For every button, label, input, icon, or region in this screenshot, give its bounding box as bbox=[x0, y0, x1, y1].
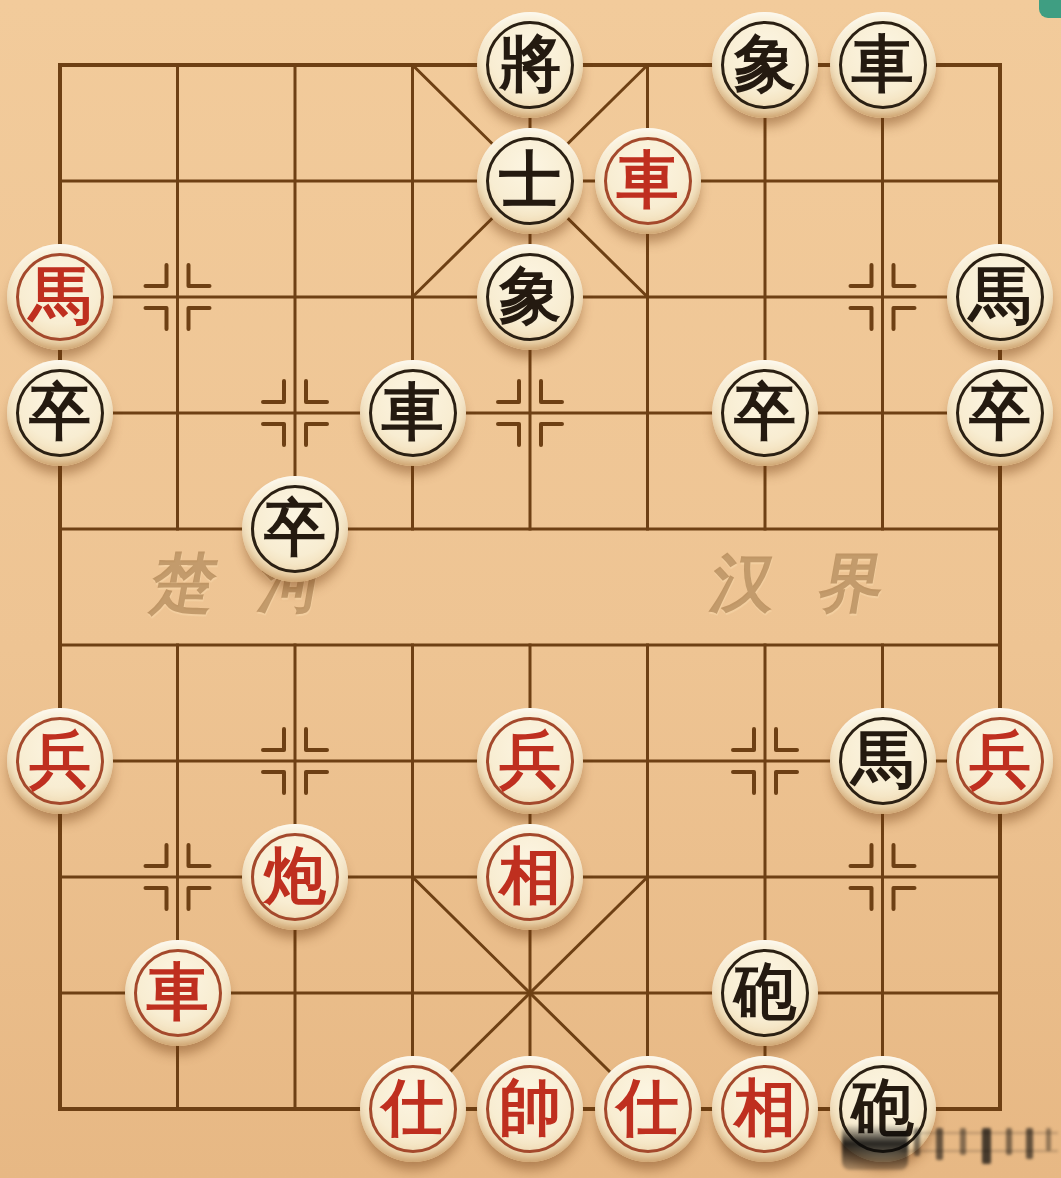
piece-glyph: 車 bbox=[382, 381, 444, 443]
piece-red-horse[interactable]: 馬 bbox=[7, 244, 113, 350]
piece-glyph: 相 bbox=[734, 1077, 796, 1139]
piece-black-advisor[interactable]: 士 bbox=[477, 128, 583, 234]
piece-red-chariot-1[interactable]: 車 bbox=[595, 128, 701, 234]
watermark-bar bbox=[936, 1128, 943, 1160]
piece-black-soldier-2[interactable]: 卒 bbox=[712, 360, 818, 466]
watermark-bar bbox=[1046, 1128, 1051, 1151]
piece-glyph: 車 bbox=[852, 33, 914, 95]
piece-black-general[interactable]: 將 bbox=[477, 12, 583, 118]
piece-glyph: 象 bbox=[734, 33, 796, 95]
piece-red-general[interactable]: 帥 bbox=[477, 1056, 583, 1162]
piece-glyph: 將 bbox=[499, 33, 561, 95]
piece-glyph: 兵 bbox=[499, 729, 561, 791]
watermark-smudge bbox=[830, 1110, 1061, 1178]
piece-glyph: 車 bbox=[147, 961, 209, 1023]
piece-glyph: 象 bbox=[499, 265, 561, 327]
pieces-layer: 將象車士車馬象馬卒車卒卒卒兵兵馬兵炮相車砲仕帥仕相砲 bbox=[0, 0, 1061, 1178]
piece-glyph: 炮 bbox=[264, 845, 326, 907]
watermark-streak bbox=[900, 1150, 1058, 1152]
piece-black-elephant-1[interactable]: 象 bbox=[712, 12, 818, 118]
piece-red-soldier-1[interactable]: 兵 bbox=[7, 708, 113, 814]
piece-glyph: 帥 bbox=[499, 1077, 561, 1139]
corner-decoration bbox=[1039, 0, 1061, 18]
piece-glyph: 卒 bbox=[264, 497, 326, 559]
piece-black-soldier-3[interactable]: 卒 bbox=[947, 360, 1053, 466]
piece-glyph: 卒 bbox=[29, 381, 91, 443]
watermark-bar bbox=[914, 1128, 920, 1156]
piece-glyph: 兵 bbox=[969, 729, 1031, 791]
piece-red-advisor-1[interactable]: 仕 bbox=[360, 1056, 466, 1162]
piece-glyph: 馬 bbox=[969, 265, 1031, 327]
piece-black-chariot-1[interactable]: 車 bbox=[830, 12, 936, 118]
piece-black-soldier-1[interactable]: 卒 bbox=[7, 360, 113, 466]
watermark-bar bbox=[1006, 1128, 1012, 1155]
piece-glyph: 仕 bbox=[382, 1077, 444, 1139]
piece-glyph: 兵 bbox=[29, 729, 91, 791]
xiangqi-board-screen: 楚河 汉界 將象車士車馬象馬卒車卒卒卒兵兵馬兵炮相車砲仕帥仕相砲 bbox=[0, 0, 1061, 1178]
piece-black-soldier-4[interactable]: 卒 bbox=[242, 476, 348, 582]
watermark-streak bbox=[900, 1132, 1058, 1134]
piece-red-soldier-3[interactable]: 兵 bbox=[947, 708, 1053, 814]
watermark-bar bbox=[1026, 1128, 1033, 1159]
piece-glyph: 馬 bbox=[29, 265, 91, 327]
piece-red-advisor-2[interactable]: 仕 bbox=[595, 1056, 701, 1162]
piece-red-cannon[interactable]: 炮 bbox=[242, 824, 348, 930]
piece-black-chariot-2[interactable]: 車 bbox=[360, 360, 466, 466]
piece-glyph: 車 bbox=[617, 149, 679, 211]
piece-glyph: 砲 bbox=[734, 961, 796, 1023]
piece-red-soldier-2[interactable]: 兵 bbox=[477, 708, 583, 814]
watermark-bar bbox=[960, 1128, 966, 1155]
piece-glyph: 卒 bbox=[969, 381, 1031, 443]
piece-glyph: 仕 bbox=[617, 1077, 679, 1139]
piece-black-horse-2[interactable]: 馬 bbox=[830, 708, 936, 814]
piece-black-horse-1[interactable]: 馬 bbox=[947, 244, 1053, 350]
piece-red-elephant-2[interactable]: 相 bbox=[712, 1056, 818, 1162]
piece-black-elephant-2[interactable]: 象 bbox=[477, 244, 583, 350]
watermark-blob bbox=[842, 1124, 908, 1170]
piece-black-cannon-1[interactable]: 砲 bbox=[712, 940, 818, 1046]
piece-glyph: 馬 bbox=[852, 729, 914, 791]
piece-red-chariot-2[interactable]: 車 bbox=[125, 940, 231, 1046]
watermark-bar bbox=[982, 1128, 991, 1164]
piece-glyph: 士 bbox=[499, 149, 561, 211]
piece-glyph: 相 bbox=[499, 845, 561, 907]
piece-red-elephant-1[interactable]: 相 bbox=[477, 824, 583, 930]
piece-glyph: 卒 bbox=[734, 381, 796, 443]
